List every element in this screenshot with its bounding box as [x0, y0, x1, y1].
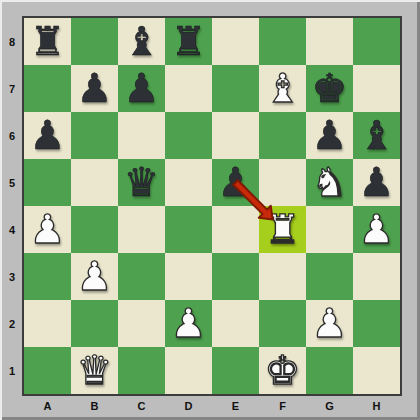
file-label-f: F [259, 398, 306, 414]
white-rook-f4[interactable]: ♜ [259, 206, 306, 253]
square-h8[interactable] [353, 18, 400, 65]
square-g4[interactable] [306, 206, 353, 253]
black-pawn-h5[interactable]: ♟ [353, 159, 400, 206]
square-g8[interactable] [306, 18, 353, 65]
rank-label-2: 2 [2, 300, 22, 347]
black-queen-c5[interactable]: ♛ [118, 159, 165, 206]
square-f2[interactable] [259, 300, 306, 347]
square-c8[interactable]: ♝ [118, 18, 165, 65]
square-f1[interactable]: ♚ [259, 347, 306, 394]
square-a6[interactable]: ♟ [24, 112, 71, 159]
square-d5[interactable] [165, 159, 212, 206]
square-e1[interactable] [212, 347, 259, 394]
square-c1[interactable] [118, 347, 165, 394]
white-king-f1[interactable]: ♚ [259, 347, 306, 394]
file-label-c: C [118, 398, 165, 414]
square-h6[interactable]: ♝ [353, 112, 400, 159]
square-h2[interactable] [353, 300, 400, 347]
square-h4[interactable]: ♟ [353, 206, 400, 253]
white-knight-g5[interactable]: ♞ [306, 159, 353, 206]
square-h5[interactable]: ♟ [353, 159, 400, 206]
square-e7[interactable] [212, 65, 259, 112]
square-a3[interactable] [24, 253, 71, 300]
square-h7[interactable] [353, 65, 400, 112]
square-b4[interactable] [71, 206, 118, 253]
rank-label-3: 3 [2, 253, 22, 300]
black-king-g7[interactable]: ♚ [306, 65, 353, 112]
square-b3[interactable]: ♟ [71, 253, 118, 300]
square-g2[interactable]: ♟ [306, 300, 353, 347]
rank-labels: 87654321 [2, 18, 22, 394]
square-h3[interactable] [353, 253, 400, 300]
black-pawn-g6[interactable]: ♟ [306, 112, 353, 159]
square-d8[interactable]: ♜ [165, 18, 212, 65]
square-f6[interactable] [259, 112, 306, 159]
black-bishop-c8[interactable]: ♝ [118, 18, 165, 65]
square-e8[interactable] [212, 18, 259, 65]
black-pawn-c7[interactable]: ♟ [118, 65, 165, 112]
rank-label-8: 8 [2, 18, 22, 65]
chess-board: ♜♝♜♟♟♝♚♟♟♝♛♟♞♟♟♜♟♟♟♟♛♚ [22, 16, 402, 396]
square-e5[interactable]: ♟ [212, 159, 259, 206]
square-a8[interactable]: ♜ [24, 18, 71, 65]
rank-label-7: 7 [2, 65, 22, 112]
square-e6[interactable] [212, 112, 259, 159]
square-c3[interactable] [118, 253, 165, 300]
square-f3[interactable] [259, 253, 306, 300]
square-c4[interactable] [118, 206, 165, 253]
square-f7[interactable]: ♝ [259, 65, 306, 112]
square-g5[interactable]: ♞ [306, 159, 353, 206]
square-a7[interactable] [24, 65, 71, 112]
black-pawn-a6[interactable]: ♟ [24, 112, 71, 159]
white-queen-b1[interactable]: ♛ [71, 347, 118, 394]
square-b5[interactable] [71, 159, 118, 206]
file-label-b: B [71, 398, 118, 414]
square-g1[interactable] [306, 347, 353, 394]
square-f4[interactable]: ♜ [259, 206, 306, 253]
square-a5[interactable] [24, 159, 71, 206]
square-g7[interactable]: ♚ [306, 65, 353, 112]
square-b2[interactable] [71, 300, 118, 347]
square-f5[interactable] [259, 159, 306, 206]
square-d7[interactable] [165, 65, 212, 112]
square-c2[interactable] [118, 300, 165, 347]
square-b7[interactable]: ♟ [71, 65, 118, 112]
file-label-a: A [24, 398, 71, 414]
square-d4[interactable] [165, 206, 212, 253]
square-e2[interactable] [212, 300, 259, 347]
square-e3[interactable] [212, 253, 259, 300]
white-pawn-a4[interactable]: ♟ [24, 206, 71, 253]
file-label-g: G [306, 398, 353, 414]
square-d6[interactable] [165, 112, 212, 159]
white-pawn-h4[interactable]: ♟ [353, 206, 400, 253]
rank-label-1: 1 [2, 347, 22, 394]
black-bishop-h6[interactable]: ♝ [353, 112, 400, 159]
square-d3[interactable] [165, 253, 212, 300]
black-pawn-e5[interactable]: ♟ [212, 159, 259, 206]
rank-label-4: 4 [2, 206, 22, 253]
square-a4[interactable]: ♟ [24, 206, 71, 253]
square-e4[interactable] [212, 206, 259, 253]
square-c5[interactable]: ♛ [118, 159, 165, 206]
square-f8[interactable] [259, 18, 306, 65]
square-g6[interactable]: ♟ [306, 112, 353, 159]
square-b6[interactable] [71, 112, 118, 159]
rank-label-5: 5 [2, 159, 22, 206]
square-d2[interactable]: ♟ [165, 300, 212, 347]
file-label-h: H [353, 398, 400, 414]
file-label-d: D [165, 398, 212, 414]
square-c7[interactable]: ♟ [118, 65, 165, 112]
black-rook-d8[interactable]: ♜ [165, 18, 212, 65]
white-pawn-d2[interactable]: ♟ [165, 300, 212, 347]
square-a1[interactable] [24, 347, 71, 394]
black-rook-a8[interactable]: ♜ [24, 18, 71, 65]
rank-label-6: 6 [2, 112, 22, 159]
square-b1[interactable]: ♛ [71, 347, 118, 394]
file-label-e: E [212, 398, 259, 414]
square-g3[interactable] [306, 253, 353, 300]
white-pawn-b3[interactable]: ♟ [71, 253, 118, 300]
board-frame: 87654321 ABCDEFGH ♜♝♜♟♟♝♚♟♟♝♛♟♞♟♟♜♟♟♟♟♛♚ [0, 0, 420, 420]
square-c6[interactable] [118, 112, 165, 159]
square-b8[interactable] [71, 18, 118, 65]
black-pawn-b7[interactable]: ♟ [71, 65, 118, 112]
white-pawn-g2[interactable]: ♟ [306, 300, 353, 347]
square-h1[interactable] [353, 347, 400, 394]
square-a2[interactable] [24, 300, 71, 347]
file-labels: ABCDEFGH [24, 398, 400, 414]
square-d1[interactable] [165, 347, 212, 394]
white-bishop-f7[interactable]: ♝ [259, 65, 306, 112]
